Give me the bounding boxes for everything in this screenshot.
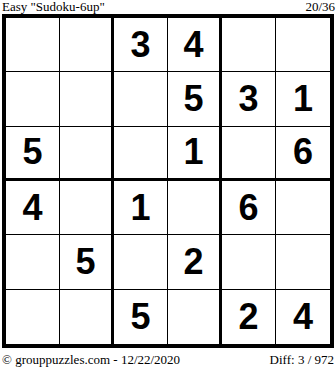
cell-r2c2[interactable] <box>60 72 114 126</box>
cell-r1c6[interactable] <box>276 18 330 72</box>
cell-r6c5[interactable]: 2 <box>222 290 276 344</box>
cell-r2c5[interactable]: 3 <box>222 72 276 126</box>
cell-r6c3[interactable]: 5 <box>114 290 168 344</box>
cell-r5c4[interactable]: 2 <box>168 235 222 289</box>
cell-r4c3[interactable]: 1 <box>114 181 168 235</box>
cell-r6c1[interactable] <box>6 290 60 344</box>
sudoku-grid: 3453151641652524 <box>2 14 334 348</box>
remaining-counter: 20/36 <box>305 0 335 14</box>
cell-r2c3[interactable] <box>114 72 168 126</box>
cell-r3c3[interactable] <box>114 127 168 181</box>
puzzle-title: Easy "Sudoku-6up" <box>2 0 105 14</box>
cell-r4c1[interactable]: 4 <box>6 181 60 235</box>
cell-r1c3[interactable]: 3 <box>114 18 168 72</box>
puzzle-page: Easy "Sudoku-6up" 20/36 3453151641652524… <box>0 0 336 370</box>
footer: © grouppuzzles.com - 12/22/2020 Diff: 3 … <box>2 352 334 367</box>
difficulty-text: Diff: 3 / 972 <box>270 352 334 367</box>
cell-r3c6[interactable]: 6 <box>276 127 330 181</box>
cell-r3c5[interactable] <box>222 127 276 181</box>
cell-r5c1[interactable] <box>6 235 60 289</box>
cell-r6c4[interactable] <box>168 290 222 344</box>
cell-r6c6[interactable]: 4 <box>276 290 330 344</box>
cell-r3c4[interactable]: 1 <box>168 127 222 181</box>
header: Easy "Sudoku-6up" 20/36 <box>2 0 335 14</box>
cell-r2c4[interactable]: 5 <box>168 72 222 126</box>
cell-r1c4[interactable]: 4 <box>168 18 222 72</box>
copyright-text: © grouppuzzles.com - 12/22/2020 <box>2 352 180 367</box>
cell-r4c6[interactable] <box>276 181 330 235</box>
cell-r4c5[interactable]: 6 <box>222 181 276 235</box>
cell-r2c1[interactable] <box>6 72 60 126</box>
cell-r4c4[interactable] <box>168 181 222 235</box>
cell-r1c2[interactable] <box>60 18 114 72</box>
cell-r4c2[interactable] <box>60 181 114 235</box>
cell-r5c2[interactable]: 5 <box>60 235 114 289</box>
cell-r5c5[interactable] <box>222 235 276 289</box>
cell-r1c1[interactable] <box>6 18 60 72</box>
cell-r1c5[interactable] <box>222 18 276 72</box>
cell-r2c6[interactable]: 1 <box>276 72 330 126</box>
cell-r3c1[interactable]: 5 <box>6 127 60 181</box>
cell-r3c2[interactable] <box>60 127 114 181</box>
cell-r5c3[interactable] <box>114 235 168 289</box>
cell-r6c2[interactable] <box>60 290 114 344</box>
cell-r5c6[interactable] <box>276 235 330 289</box>
